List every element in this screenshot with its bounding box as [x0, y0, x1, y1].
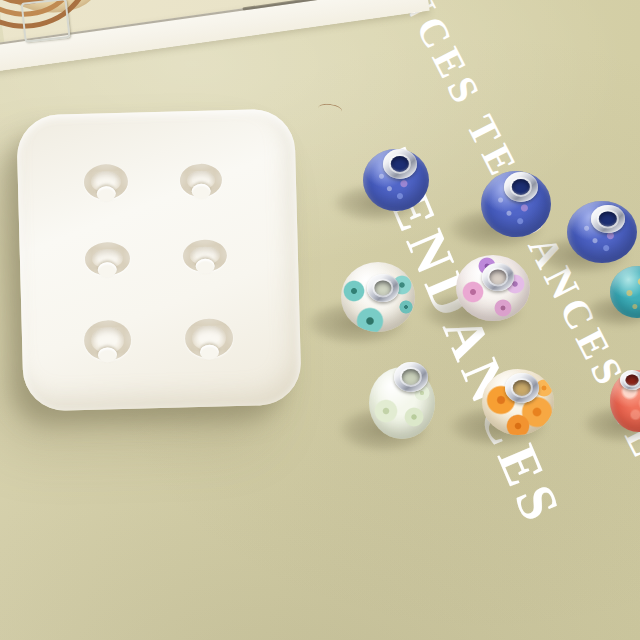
mold-cavity	[179, 163, 222, 197]
silver-core-ring	[482, 263, 514, 291]
bead-hole	[391, 156, 409, 172]
silver-core-ring	[394, 362, 428, 392]
wire-handle	[21, 0, 71, 43]
bead-hole	[599, 211, 617, 226]
bead-flower-teal	[341, 262, 415, 332]
mold-cavity	[83, 320, 131, 361]
bead-flower-orange	[482, 369, 554, 435]
product-photo-scene: TENDANCES TENDANCES TETENDANCES	[0, 0, 640, 640]
bead-flower-green	[369, 367, 435, 439]
bead-flower-pink	[456, 255, 530, 321]
bead-teal-glitter	[610, 266, 640, 318]
mold-cavity	[185, 318, 234, 358]
dried-flower	[404, 407, 424, 427]
silver-core-ring	[367, 274, 399, 302]
dried-flower	[399, 300, 413, 314]
bead-hole	[374, 280, 391, 295]
bead-hole	[512, 179, 530, 195]
dried-flower	[374, 399, 398, 423]
silver-core-ring	[383, 149, 417, 179]
bead-blue-2	[481, 171, 551, 237]
cavity-hole-peg	[192, 183, 211, 198]
cavity-hole-peg	[195, 259, 214, 274]
bead-blue-3	[567, 201, 637, 263]
bead-blue-1	[363, 149, 429, 211]
cavity-hole-peg	[98, 262, 117, 277]
bead-hole	[626, 375, 639, 386]
bead-hole	[513, 380, 531, 396]
cavity-hole-peg	[98, 347, 117, 362]
mold-cavity	[84, 241, 130, 275]
mold-cavity	[83, 163, 128, 199]
mold-cavity	[182, 239, 227, 272]
dried-flower	[506, 414, 530, 435]
silver-core-ring	[504, 172, 538, 202]
dried-flower	[494, 299, 512, 317]
cavity-hole-peg	[200, 344, 219, 359]
silver-core-ring	[591, 205, 625, 233]
dried-flower	[462, 281, 484, 303]
dried-flower	[343, 280, 365, 302]
bead-hole	[489, 269, 506, 284]
silver-core-ring	[505, 373, 539, 403]
bead-red-glitter	[610, 370, 640, 432]
silicone-bead-mold	[16, 108, 302, 411]
cavity-hole-peg	[97, 186, 116, 201]
silver-core-ring	[620, 370, 640, 390]
bead-hole	[402, 369, 420, 385]
stray-fiber	[317, 102, 342, 116]
